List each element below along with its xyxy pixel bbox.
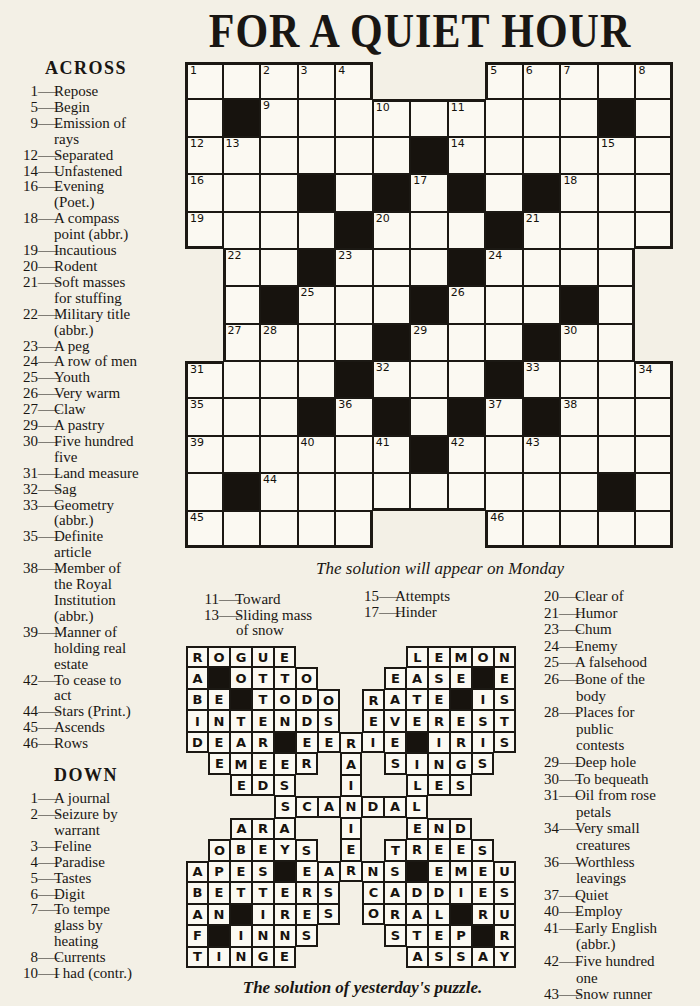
puzzle-cell-r12c10[interactable] [560,511,598,548]
solution-letter: A [412,949,422,964]
puzzle-cell-r0c1[interactable] [223,62,261,99]
solution-letter: E [303,735,312,750]
puzzle-cell-r2c7[interactable]: 14 [448,137,486,174]
puzzle-cell-r6c9[interactable] [523,286,561,323]
puzzle-cell-r5c10[interactable] [560,249,598,286]
puzzle-cell-r0c9[interactable]: 6 [523,62,561,99]
solution-cell-r1c6 [318,667,340,688]
clue-26: 26—Very warm [6,386,184,402]
solution-cell-r14c5 [296,947,318,968]
solution-cell-r6c5 [296,775,318,796]
puzzle-cell-r2c4[interactable] [335,137,373,174]
puzzle-cell-r5c9[interactable] [523,249,561,286]
puzzle-cell-r1c4[interactable] [335,99,373,136]
puzzle-cell-r7c8[interactable] [485,324,523,361]
solution-cell-r1c7 [340,667,362,688]
down-header: DOWN [6,765,166,786]
puzzle-cell-r12c8[interactable]: 46 [485,511,523,548]
puzzle-cell-r8c0[interactable]: 31 [185,361,223,398]
puzzle-cell-r3c2[interactable] [260,174,298,211]
solution-letter: A [478,949,488,964]
puzzle-cell-r6c1[interactable] [223,286,261,323]
solution-cell-r12c2 [230,904,252,925]
puzzle-cell-r1c2[interactable]: 9 [260,99,298,136]
puzzle-cell-r5c4[interactable]: 23 [335,249,373,286]
solution-cell-r0c7 [340,646,362,667]
puzzle-cell-r1c3[interactable] [298,99,336,136]
cell-number: 12 [190,138,204,150]
across-header: ACROSS [6,58,166,79]
puzzle-cell-r11c6[interactable] [410,473,448,510]
solution-cell-r11c2: T [230,882,252,903]
solution-letter: I [217,949,222,964]
solution-cell-r6c1 [208,775,230,796]
puzzle-cell-r0c4[interactable]: 4 [335,62,373,99]
cell-number: 19 [190,213,204,225]
puzzle-cell-r0c7 [448,62,486,99]
puzzle-cell-r2c1[interactable]: 13 [223,137,261,174]
solution-cell-r3c3: E [252,710,274,731]
solution-letter: L [435,907,443,922]
puzzle-cell-r5c8[interactable]: 24 [485,249,523,286]
puzzle-cell-r0c0[interactable]: 1 [185,62,223,99]
puzzle-cell-r9c10[interactable]: 38 [560,398,598,435]
puzzle-cell-r4c2[interactable] [260,212,298,249]
puzzle-cell-r10c7[interactable]: 42 [448,436,486,473]
puzzle-cell-r11c5[interactable] [373,473,411,510]
puzzle-cell-r3c6[interactable]: 17 [410,174,448,211]
puzzle-cell-r9c9 [523,398,561,435]
solution-cell-r12c7 [340,904,362,925]
page-title: FOR A QUIET HOUR [140,2,700,59]
puzzle-cell-r11c3[interactable] [298,473,336,510]
puzzle-cell-r0c10[interactable]: 7 [560,62,598,99]
puzzle-cell-r2c3[interactable] [298,137,336,174]
solution-letter: S [434,949,443,964]
cell-number: 38 [563,399,577,411]
puzzle-cell-r8c8 [485,361,523,398]
puzzle-cell-r2c8[interactable] [485,137,523,174]
solution-letter: E [281,757,290,772]
solution-letter: V [390,714,400,729]
puzzle-cell-r11c8[interactable] [485,473,523,510]
clue-39: 39—Manner of holding real estate [6,625,184,673]
solution-cell-r10c3: S [252,861,274,882]
solution-letter: M [455,650,468,665]
solution-letter: D [302,692,313,707]
clue-1: 1—A journal [6,791,184,807]
puzzle-cell-r12c11[interactable] [598,511,636,548]
puzzle-cell-r7c2[interactable]: 28 [260,324,298,361]
puzzle-cell-r10c2[interactable] [260,436,298,473]
solution-cell-r9c6 [318,839,340,860]
puzzle-cell-r8c6[interactable] [410,361,448,398]
puzzle-cell-r11c10[interactable] [560,473,598,510]
solution-cell-r9c8 [362,839,384,860]
solution-cell-r11c10: D [406,882,428,903]
clue-42: 42—To cease to act [6,673,184,705]
solution-cell-r2c6: O [318,689,340,710]
puzzle-cell-r1c6[interactable] [410,99,448,136]
puzzle-cell-r3c3 [298,174,336,211]
solution-letter: I [437,735,442,750]
solution-cell-r12c12 [450,904,472,925]
puzzle-cell-r1c0[interactable] [185,99,223,136]
solution-cell-r10c12: M [450,861,472,882]
solution-cell-r3c11: R [428,710,450,731]
puzzle-cell-r7c6[interactable]: 29 [410,324,448,361]
solution-letter: E [237,864,246,879]
puzzle-cell-r5c1[interactable]: 22 [223,249,261,286]
puzzle-cell-r8c11[interactable] [598,361,636,398]
puzzle-cell-r7c11[interactable] [598,324,636,361]
solution-cell-r7c6: A [318,796,340,817]
solution-cell-r4c3: R [252,732,274,753]
puzzle-cell-r0c2[interactable]: 2 [260,62,298,99]
solution-cell-r4c0: D [186,732,208,753]
puzzle-cell-r9c4[interactable]: 36 [335,398,373,435]
puzzle-cell-r11c9[interactable] [523,473,561,510]
solution-letter: E [500,671,509,686]
solution-cell-r13c0: F [186,925,208,946]
solution-letter: E [259,757,268,772]
solution-letter: A [346,757,356,772]
puzzle-cell-r4c12[interactable] [635,212,673,249]
puzzle-cell-r10c6 [410,436,448,473]
solution-cell-r6c12: S [450,775,472,796]
solution-cell-r2c2 [230,689,252,710]
solution-letter: D [192,735,203,750]
solution-cell-r12c3: I [252,904,274,925]
puzzle-cell-r6c5[interactable] [373,286,411,323]
clue-23: 23—Chum [532,621,700,638]
puzzle-cell-r9c8[interactable]: 37 [485,398,523,435]
solution-cell-r8c13 [472,818,494,839]
solution-cell-r6c3: D [252,775,274,796]
puzzle-cell-r2c11[interactable]: 15 [598,137,636,174]
puzzle-cell-r4c6[interactable] [410,212,448,249]
clue-9: 9—Emission of rays [6,116,184,148]
solution-cell-r6c14 [494,775,516,796]
solution-cell-r5c1: E [208,753,230,774]
puzzle-cell-r4c7[interactable] [448,212,486,249]
puzzle-cell-r5c2[interactable] [260,249,298,286]
solution-cell-r0c11: E [428,646,450,667]
solution-letter: S [500,692,509,707]
solution-cell-r1c12: E [450,667,472,688]
puzzle-cell-r11c1 [223,473,261,510]
puzzle-cell-r12c2[interactable] [260,511,298,548]
puzzle-cell-r10c3[interactable]: 40 [298,436,336,473]
solution-cell-r0c3: U [252,646,274,667]
puzzle-cell-r1c5[interactable]: 10 [373,99,411,136]
solution-letter: E [215,756,224,771]
puzzle-cell-r12c12[interactable] [635,511,673,548]
solution-letter: E [280,949,289,964]
puzzle-cell-r10c9[interactable]: 43 [523,436,561,473]
puzzle-cell-r12c0[interactable]: 45 [185,511,223,548]
solution-letter: E [435,692,444,707]
puzzle-cell-r6c10 [560,286,598,323]
puzzle-cell-r5c5[interactable] [373,249,411,286]
solution-letter: P [214,864,224,879]
solution-cell-r14c8 [362,947,384,968]
solution-cell-r1c5: O [296,667,318,688]
solution-letter: T [500,714,509,729]
clue-13: 13—Sliding mass of snow [192,608,358,639]
solution-letter: I [261,907,266,922]
puzzle-cell-r4c0[interactable]: 19 [185,212,223,249]
solution-cell-r13c14: R [494,925,516,946]
puzzle-cell-r10c12[interactable] [635,436,673,473]
clue-27: 27—Claw [6,402,184,418]
puzzle-cell-r6c8[interactable] [485,286,523,323]
solution-cell-r13c1 [208,925,230,946]
puzzle-cell-r4c9[interactable]: 21 [523,212,561,249]
puzzle-cell-r12c4[interactable] [335,511,373,548]
puzzle-cell-r7c4[interactable] [335,324,373,361]
puzzle-cell-r8c10[interactable] [560,361,598,398]
solution-letter: R [346,863,356,878]
solution-cell-r4c10 [406,732,428,753]
solution-cell-r2c9: A [384,689,406,710]
solution-letter: B [193,692,203,707]
puzzle-cell-r2c10[interactable] [560,137,598,174]
clue-30: 30—Five hundred five [6,434,184,466]
puzzle-cell-r5c11[interactable] [598,249,636,286]
solution-cell-r3c4: N [274,710,296,731]
puzzle-cell-r8c5[interactable]: 32 [373,361,411,398]
solution-cell-r1c13 [472,667,494,688]
puzzle-cell-r4c1[interactable] [223,212,261,249]
puzzle-cell-r2c5[interactable] [373,137,411,174]
solution-cell-r7c3 [252,796,274,817]
solution-cell-r0c12: M [450,646,472,667]
puzzle-cell-r3c1[interactable] [223,174,261,211]
puzzle-cell-r4c11[interactable] [598,212,636,249]
solution-cell-r9c7: E [340,839,362,860]
solution-cell-r4c1: E [208,732,230,753]
puzzle-cell-r7c7[interactable] [448,324,486,361]
cell-number: 20 [376,213,390,225]
puzzle-cell-r0c11[interactable] [598,62,636,99]
solution-cell-r3c10: E [406,710,428,731]
solution-cell-r4c6: E [318,732,340,753]
solution-letter: I [349,821,354,836]
puzzle-cell-r4c10[interactable] [560,212,598,249]
puzzle-cell-r8c4 [335,361,373,398]
puzzle-cell-r9c0[interactable]: 35 [185,398,223,435]
puzzle-cell-r8c9[interactable]: 33 [523,361,561,398]
solution-letter: S [500,885,509,900]
clue-15: 15—Attempts [352,589,524,605]
solution-letter: Y [280,842,289,857]
clue-11: 11—Toward [192,592,358,608]
puzzle-cell-r7c10[interactable]: 30 [560,324,598,361]
cell-number: 8 [638,65,645,77]
solution-cell-r11c4: E [274,882,296,903]
cell-number: 5 [490,65,497,77]
solution-letter: E [479,885,488,900]
solution-grid: ROGUELEMONAOTTOEASEEBETODORATEISINTENDSE… [186,646,516,968]
solution-cell-r11c12: I [450,882,472,903]
solution-letter: T [413,692,422,707]
solution-letter: S [281,799,290,814]
puzzle-cell-r11c12[interactable] [635,473,673,510]
puzzle-cell-r10c1[interactable] [223,436,261,473]
clue-44: 44—Stars (Print.) [6,704,184,720]
puzzle-cell-r10c8[interactable] [485,436,523,473]
puzzle-cell-r9c11[interactable] [598,398,636,435]
solution-cell-r13c9: S [384,925,406,946]
puzzle-cell-r10c10[interactable] [560,436,598,473]
puzzle-cell-r2c2[interactable] [260,137,298,174]
solution-cell-r7c5: C [296,796,318,817]
cell-number: 14 [451,138,465,150]
solution-cell-r14c7 [340,947,362,968]
puzzle-cell-r6c4[interactable] [335,286,373,323]
cell-number: 4 [338,65,345,77]
solution-cell-r8c8 [362,818,384,839]
puzzle-cell-r0c8[interactable]: 5 [485,62,523,99]
puzzle-cell-r0c3[interactable]: 3 [298,62,336,99]
solution-cell-r10c8: N [362,861,384,882]
puzzle-cell-r6c11[interactable] [598,286,636,323]
solution-cell-r6c2: E [230,775,252,796]
puzzle-cell-r8c1[interactable] [223,361,261,398]
puzzle-cell-r10c4[interactable] [335,436,373,473]
puzzle-cell-r12c1[interactable] [223,511,261,548]
clue-25: 25—Youth [6,370,184,386]
puzzle-cell-r2c0[interactable]: 12 [185,137,223,174]
puzzle-cell-r12c3[interactable] [298,511,336,548]
solution-cell-r6c13 [472,775,494,796]
puzzle-cell-r5c6[interactable] [410,249,448,286]
solution-letter: E [237,778,246,793]
puzzle-cell-r8c7[interactable] [448,361,486,398]
puzzle-cell-r9c1[interactable] [223,398,261,435]
puzzle-cell-r6c7[interactable]: 26 [448,286,486,323]
solution-letter: O [213,650,224,665]
solution-letter: S [390,864,399,879]
clue-40: 40—Employ [532,903,700,920]
solution-letter: E [435,778,444,793]
puzzle-cell-r8c3[interactable] [298,361,336,398]
puzzle-cell-r10c5[interactable]: 41 [373,436,411,473]
solution-letter: A [236,821,246,836]
puzzle-cell-r2c12[interactable] [635,137,673,174]
puzzle-cell-r9c6[interactable] [410,398,448,435]
puzzle-cell-r6c3[interactable]: 25 [298,286,336,323]
solution-letter: S [302,928,311,943]
puzzle-cell-r11c0[interactable] [185,473,223,510]
solution-letter: T [281,671,290,686]
puzzle-cell-r9c2[interactable] [260,398,298,435]
puzzle-cell-r1c7[interactable]: 11 [448,99,486,136]
puzzle-cell-r7c3[interactable] [298,324,336,361]
puzzle-cell-r4c5[interactable]: 20 [373,212,411,249]
solution-cell-r7c4: S [274,796,296,817]
solution-letter: I [195,714,200,729]
cell-number: 30 [563,325,577,337]
solution-cell-r3c0: I [186,710,208,731]
solution-letter: E [281,885,290,900]
puzzle-cell-r11c4[interactable] [335,473,373,510]
clue-8: 8—Currents [6,950,184,966]
solution-letter: I [459,885,464,900]
solution-cell-r6c0 [186,775,208,796]
solution-cell-r1c3: T [252,667,274,688]
clue-35: 35—Definite article [6,529,184,561]
puzzle-cell-r1c12[interactable] [635,99,673,136]
solution-letter: I [239,928,244,943]
puzzle-cell-r3c10[interactable]: 18 [560,174,598,211]
puzzle-cell-r9c12[interactable] [635,398,673,435]
clue-32: 32—Sag [6,482,184,498]
cell-number: 33 [526,362,540,374]
puzzle-cell-r4c3[interactable] [298,212,336,249]
clue-26: 26—Bone of the body [532,671,700,704]
puzzle-cell-r10c11[interactable] [598,436,636,473]
solution-letter: E [259,714,268,729]
cell-number: 39 [190,437,204,449]
puzzle-cell-r3c0[interactable]: 16 [185,174,223,211]
clue-1: 1—Repose [6,84,184,100]
solution-cell-r11c0: B [186,882,208,903]
solution-cell-r7c14 [494,796,516,817]
solution-cell-r3c14: T [494,710,516,731]
cell-number: 43 [526,437,540,449]
puzzle-cell-r1c8[interactable] [485,99,523,136]
puzzle-cell-r3c4[interactable] [335,174,373,211]
solution-cell-r9c14 [494,839,516,860]
solution-cell-r4c9: E [384,732,406,753]
solution-cell-r13c10: T [406,925,428,946]
solution-letter: E [435,842,444,857]
puzzle-cell-r1c1 [223,99,261,136]
puzzle-cell-r10c0[interactable]: 39 [185,436,223,473]
clue-29: 29—A pastry [6,418,184,434]
puzzle-cell-r1c9[interactable] [523,99,561,136]
puzzle-cell-r1c10[interactable] [560,99,598,136]
clue-5: 5—Tastes [6,871,184,887]
puzzle-cell-r8c2[interactable] [260,361,298,398]
solution-letter: A [279,821,289,836]
solution-letter: A [390,799,400,814]
puzzle-cell-r8c12[interactable]: 34 [635,361,673,398]
solution-cell-r13c6 [318,925,340,946]
puzzle-cell-r11c7[interactable] [448,473,486,510]
solution-cell-r13c7 [340,925,362,946]
puzzle-cell-r3c11[interactable] [598,174,636,211]
solution-letter: M [235,757,248,772]
solution-cell-r5c10: I [406,753,428,774]
solution-letter: E [325,735,334,750]
solution-cell-r1c1 [208,667,230,688]
solution-cell-r9c13: S [472,839,494,860]
puzzle-cell-r2c9[interactable] [523,137,561,174]
mid-clues-right: 15—Attempts17—Hinder [352,589,524,620]
puzzle-cell-r12c9[interactable] [523,511,561,548]
puzzle-cell-r3c8[interactable] [485,174,523,211]
cell-number: 25 [301,287,315,299]
puzzle-cell-r7c1[interactable]: 27 [223,324,261,361]
puzzle-cell-r4c4 [335,212,373,249]
solution-cell-r7c9: A [384,796,406,817]
puzzle-cell-r0c12[interactable]: 8 [635,62,673,99]
puzzle-cell-r3c12[interactable] [635,174,673,211]
puzzle-cell-r11c2[interactable]: 44 [260,473,298,510]
